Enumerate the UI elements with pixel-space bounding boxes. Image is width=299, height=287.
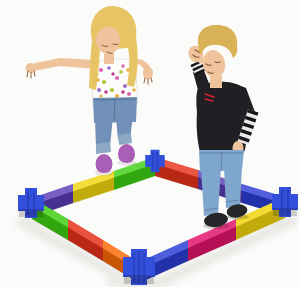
polka-dot xyxy=(104,90,108,94)
product-photo xyxy=(0,0,299,287)
polka-dot xyxy=(123,84,127,88)
polka-dot xyxy=(121,64,124,67)
polka-dot xyxy=(107,66,111,70)
polka-dot xyxy=(102,80,106,84)
polka-dot xyxy=(99,68,103,72)
polka-dot xyxy=(115,76,119,80)
girl-hand-right xyxy=(143,67,153,80)
girl-jeans-cuff-left xyxy=(96,142,111,154)
polka-dot xyxy=(97,88,101,92)
polka-dot xyxy=(132,88,135,91)
polka-dot xyxy=(111,72,114,75)
polka-dot xyxy=(99,94,102,97)
boy-neck xyxy=(210,76,222,88)
girl-neck xyxy=(104,54,114,64)
corner-shading xyxy=(19,209,43,217)
polka-dot xyxy=(110,88,114,92)
girl-jeans-cuff-right xyxy=(118,133,132,145)
scene-canvas xyxy=(0,0,299,287)
polka-dot xyxy=(121,90,125,94)
polka-dot xyxy=(115,94,119,98)
polka-dot xyxy=(119,70,123,74)
girl-shoe-left xyxy=(96,154,113,174)
girl-shoe-right xyxy=(118,144,135,164)
corner-shading xyxy=(273,208,297,216)
polka-dot xyxy=(127,92,131,96)
corner-shading xyxy=(124,275,154,284)
